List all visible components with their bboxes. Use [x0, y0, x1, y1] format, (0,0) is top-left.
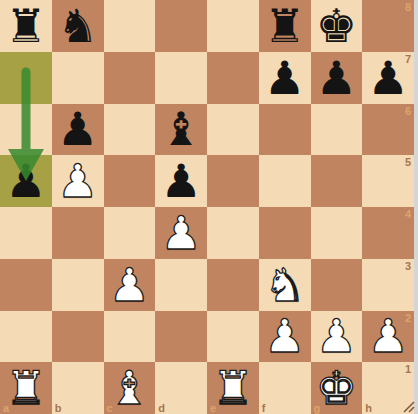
- square-g7[interactable]: ♟: [311, 52, 363, 104]
- square-a3[interactable]: [0, 259, 52, 311]
- square-a5[interactable]: ♟: [0, 155, 52, 207]
- file-label-d: d: [158, 402, 165, 414]
- square-b4[interactable]: [52, 207, 104, 259]
- square-c2[interactable]: [104, 311, 156, 363]
- piece-black-knight-b8[interactable]: ♞: [52, 0, 104, 52]
- resize-handle[interactable]: [402, 400, 415, 413]
- rank-label-3: 3: [405, 260, 411, 272]
- square-f4[interactable]: [259, 207, 311, 259]
- square-h2[interactable]: 2♟: [362, 311, 414, 363]
- square-a1[interactable]: a♜: [0, 362, 52, 414]
- square-e5[interactable]: [207, 155, 259, 207]
- square-f7[interactable]: ♟: [259, 52, 311, 104]
- square-d5[interactable]: ♟: [155, 155, 207, 207]
- piece-white-bishop-c1[interactable]: ♝: [104, 362, 156, 414]
- piece-white-knight-f3[interactable]: ♞: [259, 259, 311, 311]
- square-a8[interactable]: ♜: [0, 0, 52, 52]
- square-c8[interactable]: [104, 0, 156, 52]
- rank-label-1: 1: [405, 363, 411, 375]
- piece-white-rook-a1[interactable]: ♜: [0, 362, 52, 414]
- piece-black-rook-a8[interactable]: ♜: [0, 0, 52, 52]
- square-e2[interactable]: [207, 311, 259, 363]
- square-c5[interactable]: [104, 155, 156, 207]
- square-c4[interactable]: [104, 207, 156, 259]
- piece-white-pawn-f2[interactable]: ♟: [259, 311, 311, 363]
- file-label-b: b: [55, 402, 62, 414]
- square-f5[interactable]: [259, 155, 311, 207]
- square-h4[interactable]: 4: [362, 207, 414, 259]
- square-h7[interactable]: 7♟: [362, 52, 414, 104]
- file-label-f: f: [262, 402, 266, 414]
- square-b7[interactable]: [52, 52, 104, 104]
- square-g4[interactable]: [311, 207, 363, 259]
- chess-board: ♜♞♜♚8♟♟7♟♟♝6♟♟♟5♟4♟♞3♟♟2♟a♜bc♝de♜fg♚1h: [0, 0, 414, 414]
- rank-label-4: 4: [405, 208, 411, 220]
- square-d1[interactable]: d: [155, 362, 207, 414]
- square-d6[interactable]: ♝: [155, 104, 207, 156]
- square-c7[interactable]: [104, 52, 156, 104]
- square-h3[interactable]: 3: [362, 259, 414, 311]
- piece-black-pawn-f7[interactable]: ♟: [259, 52, 311, 104]
- square-c1[interactable]: c♝: [104, 362, 156, 414]
- square-h5[interactable]: 5: [362, 155, 414, 207]
- square-e4[interactable]: [207, 207, 259, 259]
- square-b6[interactable]: ♟: [52, 104, 104, 156]
- square-a7[interactable]: [0, 52, 52, 104]
- square-g5[interactable]: [311, 155, 363, 207]
- square-b8[interactable]: ♞: [52, 0, 104, 52]
- square-d2[interactable]: [155, 311, 207, 363]
- square-d3[interactable]: [155, 259, 207, 311]
- piece-black-king-g8[interactable]: ♚: [311, 0, 363, 52]
- square-f3[interactable]: ♞: [259, 259, 311, 311]
- file-label-h: h: [365, 402, 372, 414]
- square-g3[interactable]: [311, 259, 363, 311]
- piece-black-pawn-b6[interactable]: ♟: [52, 104, 104, 156]
- square-f6[interactable]: [259, 104, 311, 156]
- square-a6[interactable]: [0, 104, 52, 156]
- square-c6[interactable]: [104, 104, 156, 156]
- square-d8[interactable]: [155, 0, 207, 52]
- square-g6[interactable]: [311, 104, 363, 156]
- piece-black-pawn-a5[interactable]: ♟: [0, 155, 52, 207]
- square-d7[interactable]: [155, 52, 207, 104]
- square-c3[interactable]: ♟: [104, 259, 156, 311]
- square-a4[interactable]: [0, 207, 52, 259]
- piece-white-pawn-c3[interactable]: ♟: [104, 259, 156, 311]
- piece-white-pawn-h2[interactable]: ♟: [362, 311, 414, 363]
- piece-black-pawn-g7[interactable]: ♟: [311, 52, 363, 104]
- square-f2[interactable]: ♟: [259, 311, 311, 363]
- piece-white-pawn-d4[interactable]: ♟: [155, 207, 207, 259]
- square-f8[interactable]: ♜: [259, 0, 311, 52]
- piece-white-king-g1[interactable]: ♚: [311, 362, 363, 414]
- square-b1[interactable]: b: [52, 362, 104, 414]
- square-h6[interactable]: 6: [362, 104, 414, 156]
- piece-black-bishop-d6[interactable]: ♝: [155, 104, 207, 156]
- square-h8[interactable]: 8: [362, 0, 414, 52]
- square-d4[interactable]: ♟: [155, 207, 207, 259]
- square-b2[interactable]: [52, 311, 104, 363]
- square-e6[interactable]: [207, 104, 259, 156]
- piece-white-pawn-b5[interactable]: ♟: [52, 155, 104, 207]
- square-f1[interactable]: f: [259, 362, 311, 414]
- square-b3[interactable]: [52, 259, 104, 311]
- square-g2[interactable]: ♟: [311, 311, 363, 363]
- square-e7[interactable]: [207, 52, 259, 104]
- square-g8[interactable]: ♚: [311, 0, 363, 52]
- piece-black-rook-f8[interactable]: ♜: [259, 0, 311, 52]
- rank-label-6: 6: [405, 105, 411, 117]
- rank-label-8: 8: [405, 1, 411, 13]
- square-g1[interactable]: g♚: [311, 362, 363, 414]
- piece-white-pawn-g2[interactable]: ♟: [311, 311, 363, 363]
- piece-black-pawn-d5[interactable]: ♟: [155, 155, 207, 207]
- rank-label-5: 5: [405, 156, 411, 168]
- square-a2[interactable]: [0, 311, 52, 363]
- square-e1[interactable]: e♜: [207, 362, 259, 414]
- piece-white-rook-e1[interactable]: ♜: [207, 362, 259, 414]
- square-e3[interactable]: [207, 259, 259, 311]
- square-e8[interactable]: [207, 0, 259, 52]
- piece-black-pawn-h7[interactable]: ♟: [362, 52, 414, 104]
- square-b5[interactable]: ♟: [52, 155, 104, 207]
